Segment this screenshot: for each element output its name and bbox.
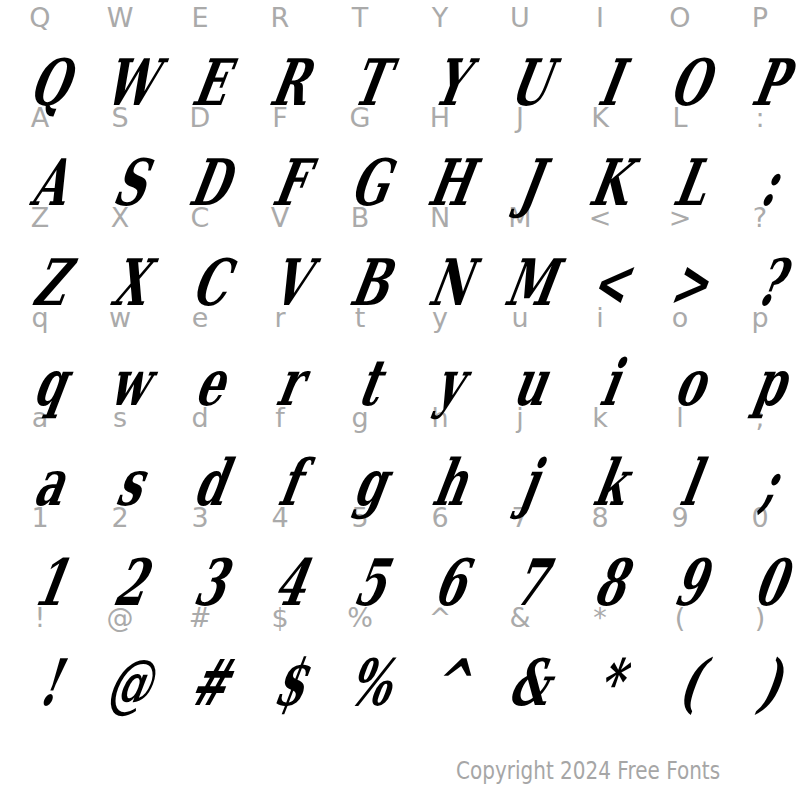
font-glyph-char: % [339,631,402,735]
reference-char: I [560,5,640,31]
font-glyph-char: ^ [422,631,481,735]
font-glyph-cell: $ [240,631,320,735]
font-glyph-row: ZXCVBNM<>? [0,231,800,305]
reference-char: T [320,5,400,31]
reference-char: Q [0,5,80,31]
font-specimen-page: QWERTYUIOPQWERTYUIOPASDFGHJKL:ASDFGHJKL:… [0,0,800,800]
font-glyph-char: * [589,631,634,735]
keyboard-reference-row: QWERTYUIOP [0,5,800,31]
font-glyph-char: $ [265,631,317,735]
font-glyph-row: 1234567890 [0,531,800,605]
font-glyph-char: ( [670,631,713,735]
font-glyph-cell: * [560,631,640,735]
font-glyph-char: ) [750,631,793,735]
font-glyph-row: qwertyuiop [0,331,800,405]
reference-char: O [640,5,720,31]
font-glyph-cell: ) [720,631,800,735]
font-glyph-cell: & [480,631,560,735]
reference-char: U [480,5,560,31]
font-glyph-cell: @ [80,631,160,735]
font-glyph-cell: ^ [400,631,480,735]
font-glyph-row: QWERTYUIOP [0,31,800,105]
font-glyph-char: # [182,631,241,735]
font-glyph-char: & [500,631,561,735]
specimen-section-uppercase-top-row: QWERTYUIOPQWERTYUIOP [0,5,800,105]
font-glyph-cell: ( [640,631,720,735]
font-glyph-cell: ! [0,631,80,735]
reference-char: W [80,5,160,31]
reference-char: R [240,5,320,31]
reference-char: P [720,5,800,31]
copyright-notice: Copyright 2024 Free Fonts [456,756,720,786]
character-map-grid: QWERTYUIOPQWERTYUIOPASDFGHJKL:ASDFGHJKL:… [0,5,800,705]
font-glyph-row: !@#$%^&*() [0,631,800,705]
reference-char: E [160,5,240,31]
reference-char: Y [400,5,480,31]
font-glyph-char: @ [98,631,164,735]
font-glyph-row: ASDFGHJKL: [0,131,800,205]
font-glyph-char: ! [30,631,71,735]
font-glyph-cell: % [320,631,400,735]
font-glyph-cell: # [160,631,240,735]
font-glyph-row: asdfghjkl; [0,431,800,505]
